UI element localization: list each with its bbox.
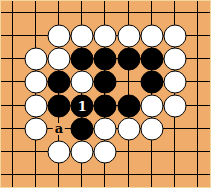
grid-line-horizontal <box>164 128 187 129</box>
board-point-8-7 <box>187 164 210 187</box>
board-point-3-1 <box>71 24 94 47</box>
board-point-7-0 <box>164 1 187 24</box>
grid-line-vertical <box>128 164 129 187</box>
grid-line-vertical <box>174 164 175 187</box>
board-point-5-2 <box>117 48 140 71</box>
board-point-0-3 <box>1 71 24 94</box>
grid-line-vertical <box>128 1 129 24</box>
black-stone <box>117 94 140 117</box>
move-number-label: 1 <box>78 99 87 112</box>
white-stone <box>164 48 187 71</box>
board-point-8-6 <box>187 141 210 164</box>
board-point-4-5 <box>94 117 117 140</box>
grid-line-horizontal <box>187 128 210 129</box>
grid-line-horizontal <box>187 12 210 13</box>
board-point-5-1 <box>117 24 140 47</box>
board-point-8-2 <box>187 48 210 71</box>
grid-line-vertical <box>12 117 13 140</box>
board-point-1-0 <box>24 1 47 24</box>
grid-line-vertical <box>12 1 13 24</box>
board-point-7-7 <box>164 164 187 187</box>
board-point-0-4 <box>1 94 24 117</box>
grid-line-horizontal <box>140 12 163 13</box>
grid-line-horizontal <box>1 35 24 36</box>
point-label-a: a <box>53 123 65 135</box>
grid-line-vertical <box>197 141 198 164</box>
grid-line-horizontal <box>187 58 210 59</box>
board-point-2-2 <box>47 48 70 71</box>
grid-line-vertical <box>104 1 105 24</box>
white-stone <box>94 24 117 47</box>
board-point-0-5 <box>1 117 24 140</box>
board-point-8-5 <box>187 117 210 140</box>
black-stone <box>71 48 94 71</box>
board-point-5-4 <box>117 94 140 117</box>
board-point-7-4 <box>164 94 187 117</box>
black-stone-numbered: 1 <box>71 94 94 117</box>
white-stone <box>140 117 163 140</box>
grid-line-vertical <box>197 24 198 47</box>
grid-line-vertical <box>197 1 198 24</box>
grid-line-vertical <box>151 1 152 24</box>
grid-line-horizontal <box>117 151 140 152</box>
white-stone <box>94 117 117 140</box>
grid-line-vertical <box>12 71 13 94</box>
board-point-0-7 <box>1 164 24 187</box>
board-point-5-6 <box>117 141 140 164</box>
black-stone <box>48 94 71 117</box>
white-stone <box>48 48 71 71</box>
board-point-4-7 <box>94 164 117 187</box>
grid-line-vertical <box>12 48 13 71</box>
board-point-3-2 <box>71 48 94 71</box>
board-point-0-0 <box>1 1 24 24</box>
black-stone <box>48 71 71 94</box>
board-point-8-3 <box>187 71 210 94</box>
board-point-1-2 <box>24 48 47 71</box>
black-stone <box>94 48 117 71</box>
grid-line-horizontal <box>117 12 140 13</box>
board-point-7-2 <box>164 48 187 71</box>
grid-line-vertical <box>197 94 198 117</box>
board-point-0-1 <box>1 24 24 47</box>
grid-line-horizontal <box>187 174 210 175</box>
board-point-2-5: a <box>47 117 70 140</box>
grid-line-vertical <box>35 164 36 187</box>
grid-line-vertical <box>197 71 198 94</box>
black-stone <box>140 48 163 71</box>
grid-line-vertical <box>151 164 152 187</box>
board-point-3-6 <box>71 141 94 164</box>
white-stone <box>24 94 47 117</box>
grid-line-horizontal <box>47 12 70 13</box>
grid-line-vertical <box>128 141 129 164</box>
grid-line-horizontal <box>1 105 24 106</box>
white-stone <box>24 117 47 140</box>
grid-line-vertical <box>12 141 13 164</box>
board-point-4-2 <box>94 48 117 71</box>
board-point-5-5 <box>117 117 140 140</box>
board-point-6-6 <box>140 141 163 164</box>
grid-line-vertical <box>151 141 152 164</box>
white-stone <box>117 117 140 140</box>
board-point-2-6 <box>47 141 70 164</box>
black-stone <box>140 71 163 94</box>
board-point-4-4 <box>94 94 117 117</box>
black-stone <box>94 94 117 117</box>
grid-line-vertical <box>12 94 13 117</box>
white-stone <box>48 24 71 47</box>
grid-line-horizontal <box>1 12 24 13</box>
board-point-1-4 <box>24 94 47 117</box>
black-stone <box>94 71 117 94</box>
board-point-4-6 <box>94 141 117 164</box>
board-point-4-1 <box>94 24 117 47</box>
grid-line-horizontal <box>117 81 140 82</box>
grid-line-vertical <box>12 24 13 47</box>
board-point-3-5 <box>71 117 94 140</box>
grid-line-vertical <box>35 141 36 164</box>
grid-line-horizontal <box>47 174 70 175</box>
grid-line-horizontal <box>187 105 210 106</box>
grid-line-horizontal <box>24 12 47 13</box>
grid-line-horizontal <box>24 174 47 175</box>
board-point-3-7 <box>71 164 94 187</box>
white-stone <box>164 24 187 47</box>
grid-line-horizontal <box>1 174 24 175</box>
board-point-7-6 <box>164 141 187 164</box>
grid-line-vertical <box>197 117 198 140</box>
grid-line-vertical <box>58 1 59 24</box>
white-stone <box>71 141 94 164</box>
white-stone <box>140 94 163 117</box>
grid-line-horizontal <box>94 174 117 175</box>
grid-line-horizontal <box>164 151 187 152</box>
board-point-2-3 <box>47 71 70 94</box>
grid-line-horizontal <box>1 81 24 82</box>
black-stone <box>117 48 140 71</box>
go-diagram: 1a <box>0 0 211 188</box>
grid-line-vertical <box>35 1 36 24</box>
grid-line-horizontal <box>140 151 163 152</box>
white-stone <box>94 141 117 164</box>
white-stone <box>140 24 163 47</box>
board-point-0-6 <box>1 141 24 164</box>
board-point-5-7 <box>117 164 140 187</box>
grid-line-horizontal <box>164 12 187 13</box>
grid-line-vertical <box>81 1 82 24</box>
white-stone <box>71 71 94 94</box>
board-point-2-0 <box>47 1 70 24</box>
board-point-1-7 <box>24 164 47 187</box>
grid-line-vertical <box>174 1 175 24</box>
board-point-5-0 <box>117 1 140 24</box>
board-point-6-3 <box>140 71 163 94</box>
board-point-7-1 <box>164 24 187 47</box>
board-point-4-3 <box>94 71 117 94</box>
grid-line-vertical <box>174 141 175 164</box>
grid-line-horizontal <box>94 12 117 13</box>
board-point-2-7 <box>47 164 70 187</box>
board-point-8-4 <box>187 94 210 117</box>
white-stone <box>117 24 140 47</box>
board-point-1-1 <box>24 24 47 47</box>
grid-line-vertical <box>81 164 82 187</box>
board-point-6-5 <box>140 117 163 140</box>
go-board: 1a <box>1 1 210 187</box>
grid-line-vertical <box>104 164 105 187</box>
grid-line-horizontal <box>1 128 24 129</box>
white-stone <box>71 24 94 47</box>
board-point-5-3 <box>117 71 140 94</box>
grid-line-horizontal <box>1 151 24 152</box>
grid-line-horizontal <box>117 174 140 175</box>
board-point-1-6 <box>24 141 47 164</box>
board-point-0-2 <box>1 48 24 71</box>
board-point-6-4 <box>140 94 163 117</box>
board-point-7-5 <box>164 117 187 140</box>
grid-line-horizontal <box>24 35 47 36</box>
board-point-4-0 <box>94 1 117 24</box>
board-point-1-5 <box>24 117 47 140</box>
board-point-8-0 <box>187 1 210 24</box>
black-stone <box>71 117 94 140</box>
board-point-2-4 <box>47 94 70 117</box>
grid-line-horizontal <box>187 151 210 152</box>
board-point-6-1 <box>140 24 163 47</box>
grid-line-horizontal <box>187 35 210 36</box>
board-point-6-2 <box>140 48 163 71</box>
white-stone <box>48 141 71 164</box>
board-point-3-0 <box>71 1 94 24</box>
white-stone <box>164 71 187 94</box>
board-point-7-3 <box>164 71 187 94</box>
grid-line-vertical <box>197 164 198 187</box>
grid-line-vertical <box>12 164 13 187</box>
white-stone <box>164 94 187 117</box>
board-point-3-4: 1 <box>71 94 94 117</box>
grid-line-horizontal <box>24 151 47 152</box>
grid-line-horizontal <box>1 58 24 59</box>
white-stone <box>24 71 47 94</box>
board-point-2-1 <box>47 24 70 47</box>
grid-line-horizontal <box>71 174 94 175</box>
grid-line-horizontal <box>187 81 210 82</box>
grid-line-vertical <box>174 117 175 140</box>
board-point-3-3 <box>71 71 94 94</box>
board-point-8-1 <box>187 24 210 47</box>
board-point-6-7 <box>140 164 163 187</box>
board-point-1-3 <box>24 71 47 94</box>
grid-line-horizontal <box>71 12 94 13</box>
grid-line-vertical <box>58 164 59 187</box>
board-point-6-0 <box>140 1 163 24</box>
grid-line-vertical <box>128 71 129 94</box>
grid-line-vertical <box>197 48 198 71</box>
grid-line-horizontal <box>140 174 163 175</box>
white-stone <box>24 48 47 71</box>
grid-line-horizontal <box>164 174 187 175</box>
grid-line-vertical <box>35 24 36 47</box>
